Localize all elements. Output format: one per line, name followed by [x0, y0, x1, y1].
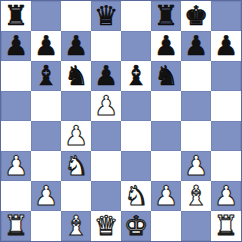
black-queen-icon[interactable]: ♛ [94, 2, 118, 29]
square-d2[interactable] [91, 181, 121, 211]
square-h4[interactable] [211, 121, 241, 151]
square-h5[interactable] [211, 91, 241, 121]
black-bishop-icon[interactable]: ♝ [34, 62, 58, 89]
square-b6[interactable]: ♝ [31, 61, 61, 91]
square-b1[interactable] [31, 211, 61, 241]
square-f6[interactable]: ♞ [151, 61, 181, 91]
square-b4[interactable] [31, 121, 61, 151]
square-h2[interactable]: ♟ [211, 181, 241, 211]
square-f5[interactable] [151, 91, 181, 121]
chess-board: ♜♛♜♚♟♟♟♟♟♟♝♞♟♝♞♟♟♟♞♟♟♞♟♝♟♜♝♛♚♜ [0, 0, 242, 242]
square-f8[interactable]: ♜ [151, 1, 181, 31]
black-pawn-icon[interactable]: ♟ [94, 62, 118, 89]
square-h1[interactable]: ♜ [211, 211, 241, 241]
square-f1[interactable] [151, 211, 181, 241]
square-g1[interactable] [181, 211, 211, 241]
white-pawn-icon[interactable]: ♟ [4, 152, 28, 179]
square-g3[interactable]: ♟ [181, 151, 211, 181]
square-a7[interactable]: ♟ [1, 31, 31, 61]
white-pawn-icon[interactable]: ♟ [184, 152, 208, 179]
square-c5[interactable] [61, 91, 91, 121]
black-pawn-icon[interactable]: ♟ [214, 32, 238, 59]
black-bishop-icon[interactable]: ♝ [124, 62, 148, 89]
square-h7[interactable]: ♟ [211, 31, 241, 61]
square-b2[interactable]: ♟ [31, 181, 61, 211]
square-f2[interactable]: ♟ [151, 181, 181, 211]
square-c4[interactable]: ♟ [61, 121, 91, 151]
square-d5[interactable]: ♟ [91, 91, 121, 121]
square-e5[interactable] [121, 91, 151, 121]
square-e4[interactable] [121, 121, 151, 151]
square-e2[interactable]: ♞ [121, 181, 151, 211]
white-pawn-icon[interactable]: ♟ [94, 92, 118, 119]
white-king-icon[interactable]: ♚ [124, 212, 148, 239]
square-g4[interactable] [181, 121, 211, 151]
square-d4[interactable] [91, 121, 121, 151]
black-pawn-icon[interactable]: ♟ [184, 32, 208, 59]
square-g7[interactable]: ♟ [181, 31, 211, 61]
square-b5[interactable] [31, 91, 61, 121]
white-pawn-icon[interactable]: ♟ [154, 182, 178, 209]
white-queen-icon[interactable]: ♛ [94, 212, 118, 239]
square-a5[interactable] [1, 91, 31, 121]
white-bishop-icon[interactable]: ♝ [64, 212, 88, 239]
black-knight-icon[interactable]: ♞ [64, 62, 88, 89]
square-g6[interactable] [181, 61, 211, 91]
square-e8[interactable] [121, 1, 151, 31]
square-c8[interactable] [61, 1, 91, 31]
black-pawn-icon[interactable]: ♟ [64, 32, 88, 59]
square-b8[interactable] [31, 1, 61, 31]
square-b3[interactable] [31, 151, 61, 181]
black-rook-icon[interactable]: ♜ [4, 2, 28, 29]
square-e7[interactable] [121, 31, 151, 61]
square-b7[interactable]: ♟ [31, 31, 61, 61]
square-d3[interactable] [91, 151, 121, 181]
square-h6[interactable] [211, 61, 241, 91]
square-c6[interactable]: ♞ [61, 61, 91, 91]
black-rook-icon[interactable]: ♜ [154, 2, 178, 29]
square-a3[interactable]: ♟ [1, 151, 31, 181]
white-rook-icon[interactable]: ♜ [4, 212, 28, 239]
white-bishop-icon[interactable]: ♝ [184, 182, 208, 209]
square-a1[interactable]: ♜ [1, 211, 31, 241]
square-a4[interactable] [1, 121, 31, 151]
square-e6[interactable]: ♝ [121, 61, 151, 91]
square-c1[interactable]: ♝ [61, 211, 91, 241]
square-f7[interactable]: ♟ [151, 31, 181, 61]
square-d6[interactable]: ♟ [91, 61, 121, 91]
square-a8[interactable]: ♜ [1, 1, 31, 31]
square-c7[interactable]: ♟ [61, 31, 91, 61]
square-d1[interactable]: ♛ [91, 211, 121, 241]
square-d7[interactable] [91, 31, 121, 61]
black-pawn-icon[interactable]: ♟ [34, 32, 58, 59]
white-pawn-icon[interactable]: ♟ [214, 182, 238, 209]
square-h3[interactable] [211, 151, 241, 181]
black-knight-icon[interactable]: ♞ [154, 62, 178, 89]
white-rook-icon[interactable]: ♜ [214, 212, 238, 239]
square-g8[interactable]: ♚ [181, 1, 211, 31]
square-h8[interactable] [211, 1, 241, 31]
white-pawn-icon[interactable]: ♟ [34, 182, 58, 209]
square-d8[interactable]: ♛ [91, 1, 121, 31]
white-pawn-icon[interactable]: ♟ [64, 122, 88, 149]
black-pawn-icon[interactable]: ♟ [4, 32, 28, 59]
white-knight-icon[interactable]: ♞ [124, 182, 148, 209]
square-g5[interactable] [181, 91, 211, 121]
square-g2[interactable]: ♝ [181, 181, 211, 211]
square-e3[interactable] [121, 151, 151, 181]
square-c3[interactable]: ♞ [61, 151, 91, 181]
square-a6[interactable] [1, 61, 31, 91]
white-knight-icon[interactable]: ♞ [64, 152, 88, 179]
square-f4[interactable] [151, 121, 181, 151]
square-f3[interactable] [151, 151, 181, 181]
square-e1[interactable]: ♚ [121, 211, 151, 241]
square-a2[interactable] [1, 181, 31, 211]
square-c2[interactable] [61, 181, 91, 211]
black-pawn-icon[interactable]: ♟ [154, 32, 178, 59]
black-king-icon[interactable]: ♚ [184, 2, 208, 29]
